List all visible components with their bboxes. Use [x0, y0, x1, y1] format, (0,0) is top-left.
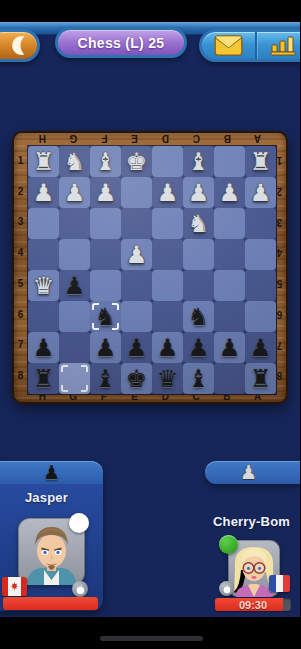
- header-actions: [199, 29, 300, 62]
- chess-board: HGFEDCBA HGFEDCBA 12345678 12345678 ♜♞♝♚…: [12, 131, 288, 404]
- white-piece: ♛: [28, 270, 59, 301]
- square-c2[interactable]: ♟: [183, 177, 214, 208]
- square-d5[interactable]: [152, 270, 183, 301]
- white-piece: ♞: [183, 208, 214, 239]
- black-piece: ♟: [152, 332, 183, 363]
- white-piece: ♝: [183, 146, 214, 177]
- square-h6[interactable]: [28, 301, 59, 332]
- black-piece: ♟: [214, 332, 245, 363]
- black-piece: ♟: [90, 332, 121, 363]
- bottom-black-bar: [0, 617, 300, 649]
- square-f5[interactable]: [90, 270, 121, 301]
- back-crescent-icon: [11, 35, 29, 56]
- coord-label: 1: [14, 145, 27, 176]
- square-h3[interactable]: [28, 208, 59, 239]
- square-h2[interactable]: ♟: [28, 177, 59, 208]
- envelope-icon: [214, 35, 243, 56]
- black-piece: ♝: [90, 363, 121, 394]
- canada-flag-icon: [2, 577, 27, 596]
- square-c4[interactable]: [183, 239, 214, 270]
- white-piece: ♟: [152, 177, 183, 208]
- square-b7[interactable]: ♟: [214, 332, 245, 363]
- page-title: Chess (L) 25: [78, 35, 165, 51]
- square-b6[interactable]: [214, 301, 245, 332]
- player-right-side-strip: ♟: [205, 461, 300, 484]
- square-c3[interactable]: ♞: [183, 208, 214, 239]
- square-a4[interactable]: [245, 239, 276, 270]
- white-pawn-icon: ♟: [240, 463, 257, 482]
- square-e3[interactable]: [121, 208, 152, 239]
- square-a8[interactable]: ♜: [245, 363, 276, 394]
- player-right-status-badge: [219, 535, 238, 554]
- player-left-side-strip: ♟: [0, 461, 103, 484]
- apple-platform-icon: [72, 581, 88, 597]
- square-h5[interactable]: ♛: [28, 270, 59, 301]
- player-left-status-badge: [69, 513, 89, 533]
- black-piece: ♟: [28, 332, 59, 363]
- square-f1[interactable]: ♝: [90, 146, 121, 177]
- back-button[interactable]: [0, 29, 40, 62]
- coord-label: C: [181, 133, 212, 145]
- player-right-name: Cherry-Bom: [203, 514, 300, 529]
- coord-label: D: [150, 133, 181, 145]
- square-a6[interactable]: [245, 301, 276, 332]
- square-f7[interactable]: ♟: [90, 332, 121, 363]
- black-piece: ♟: [121, 332, 152, 363]
- black-piece: ♝: [183, 363, 214, 394]
- messages-button[interactable]: [202, 32, 255, 59]
- square-e8[interactable]: ♚: [121, 363, 152, 394]
- white-piece: ♝: [90, 146, 121, 177]
- square-c8[interactable]: ♝: [183, 363, 214, 394]
- square-g8[interactable]: [59, 363, 90, 394]
- white-piece: ♟: [59, 177, 90, 208]
- square-h4[interactable]: [28, 239, 59, 270]
- coords-top: HGFEDCBA: [27, 133, 273, 145]
- black-piece: ♚: [121, 363, 152, 394]
- square-e7[interactable]: ♟: [121, 332, 152, 363]
- player-left-time-text: [3, 597, 98, 610]
- square-b5[interactable]: [214, 270, 245, 301]
- square-f2[interactable]: ♟: [90, 177, 121, 208]
- square-f4[interactable]: [90, 239, 121, 270]
- square-b3[interactable]: [214, 208, 245, 239]
- black-piece: ♟: [183, 332, 214, 363]
- black-piece: ♛: [152, 363, 183, 394]
- player-right-time-bar: 09:30: [215, 598, 291, 611]
- square-e5[interactable]: [121, 270, 152, 301]
- apple-platform-icon-right: [219, 581, 234, 596]
- square-d8[interactable]: ♛: [152, 363, 183, 394]
- black-pawn-icon: ♟: [43, 463, 60, 482]
- square-g2[interactable]: ♟: [59, 177, 90, 208]
- square-f6[interactable]: ♞: [90, 301, 121, 332]
- square-e6[interactable]: [121, 301, 152, 332]
- coord-label: 8: [14, 360, 27, 391]
- white-piece: ♟: [121, 239, 152, 270]
- square-c6[interactable]: ♞: [183, 301, 214, 332]
- square-a1[interactable]: ♜: [245, 146, 276, 177]
- app-screen: Chess (L) 25 HGFEDCBA HGFEDCBA 12345678 …: [0, 0, 300, 649]
- status-bar: [0, 0, 300, 22]
- square-e4[interactable]: ♟: [121, 239, 152, 270]
- black-piece: ♜: [28, 363, 59, 394]
- square-d7[interactable]: ♟: [152, 332, 183, 363]
- square-h1[interactable]: ♜: [28, 146, 59, 177]
- square-c5[interactable]: [183, 270, 214, 301]
- square-b4[interactable]: [214, 239, 245, 270]
- square-g6[interactable]: [59, 301, 90, 332]
- square-g4[interactable]: [59, 239, 90, 270]
- coord-label: 3: [14, 207, 27, 238]
- square-h8[interactable]: ♜: [28, 363, 59, 394]
- stats-button[interactable]: [255, 32, 301, 59]
- white-piece: ♟: [90, 177, 121, 208]
- white-piece: ♟: [245, 177, 276, 208]
- bar-chart-icon: [270, 35, 296, 56]
- player-card-left: ♟ Jasper: [0, 461, 103, 611]
- game-title-pill: Chess (L) 25: [55, 27, 187, 58]
- square-a3[interactable]: [245, 208, 276, 239]
- white-piece: ♞: [59, 146, 90, 177]
- square-b1[interactable]: [214, 146, 245, 177]
- square-d6[interactable]: [152, 301, 183, 332]
- white-piece: ♚: [121, 146, 152, 177]
- player-right-time-text: 09:30: [215, 598, 291, 611]
- coord-label: 4: [14, 237, 27, 268]
- square-d3[interactable]: [152, 208, 183, 239]
- france-flag-icon: [269, 575, 290, 592]
- coord-label: H: [27, 133, 58, 145]
- square-e2[interactable]: [121, 177, 152, 208]
- square-b2[interactable]: ♟: [214, 177, 245, 208]
- square-d2[interactable]: ♟: [152, 177, 183, 208]
- black-piece: ♜: [245, 363, 276, 394]
- black-piece: ♞: [183, 301, 214, 332]
- square-h7[interactable]: ♟: [28, 332, 59, 363]
- white-piece: ♜: [28, 146, 59, 177]
- square-g1[interactable]: ♞: [59, 146, 90, 177]
- square-a7[interactable]: ♟: [245, 332, 276, 363]
- square-a2[interactable]: ♟: [245, 177, 276, 208]
- square-a5[interactable]: [245, 270, 276, 301]
- square-b8[interactable]: [214, 363, 245, 394]
- coord-label: F: [89, 133, 120, 145]
- black-piece: ♟: [245, 332, 276, 363]
- square-g7[interactable]: [59, 332, 90, 363]
- square-d4[interactable]: [152, 239, 183, 270]
- white-piece: ♜: [245, 146, 276, 177]
- player-left-time-bar: [3, 597, 98, 610]
- white-piece: ♟: [214, 177, 245, 208]
- square-g3[interactable]: [59, 208, 90, 239]
- square-d1[interactable]: [152, 146, 183, 177]
- coord-label: A: [242, 133, 273, 145]
- white-piece: ♟: [183, 177, 214, 208]
- player-left-name: Jasper: [0, 490, 103, 505]
- coord-label: G: [58, 133, 89, 145]
- square-g5[interactable]: ♟: [59, 270, 90, 301]
- black-piece: ♟: [59, 270, 90, 301]
- coord-label: 5: [14, 268, 27, 299]
- white-piece: ♟: [28, 177, 59, 208]
- coord-label: 2: [14, 176, 27, 207]
- square-c1[interactable]: ♝: [183, 146, 214, 177]
- coord-label: 6: [14, 299, 27, 330]
- coord-label: E: [119, 133, 150, 145]
- square-e1[interactable]: ♚: [121, 146, 152, 177]
- home-indicator[interactable]: [100, 636, 203, 641]
- square-f8[interactable]: ♝: [90, 363, 121, 394]
- coords-left: 12345678: [14, 145, 27, 391]
- square-f3[interactable]: [90, 208, 121, 239]
- coord-label: B: [212, 133, 243, 145]
- coord-label: 7: [14, 330, 27, 361]
- board-squares: ♜♞♝♚♝♜♟♟♟♟♟♟♟♞♟♛♟♞♞♟♟♟♟♟♟♟♜♝♚♛♝♜: [27, 145, 277, 395]
- square-c7[interactable]: ♟: [183, 332, 214, 363]
